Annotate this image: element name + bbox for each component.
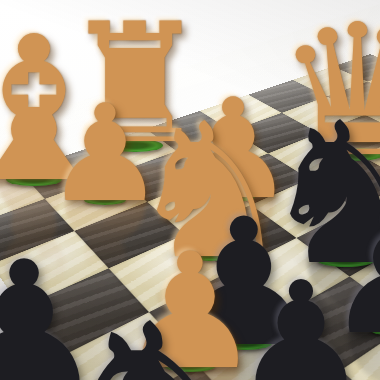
knight-icon: ♞: [30, 290, 286, 380]
black-knight-d1: ♞: [30, 290, 286, 380]
chess-set-photo: ♜ ♜ ♛ ♛ ♝ ♝ ♟ ♟ ♟ ♟ ♞ ♞ ♞ ♞: [0, 0, 380, 380]
